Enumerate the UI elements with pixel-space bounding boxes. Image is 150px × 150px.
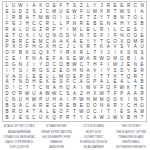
grid-cell: C: [85, 114, 92, 120]
word-item: SILAS MARNER: [76, 145, 112, 150]
word-item: WUTHERING HEIGHTS: [113, 145, 149, 150]
word-item: DON QUIXOTE: [1, 145, 37, 150]
word-list-column: THE ODYSSEYTHE SCARLET LETTERTREASURE IS…: [113, 124, 149, 150]
grid-cell: E: [17, 114, 24, 120]
word-list-column: A TALE OF TWO CITIESANNA KARENINACYRANO …: [1, 124, 37, 150]
grid-cell: Q: [51, 114, 58, 120]
grid-cell: P: [58, 114, 65, 120]
grid-cell: T: [139, 114, 146, 120]
grid-cell: Y: [78, 114, 85, 120]
grid-cell: V: [118, 114, 125, 120]
grid-cell: A: [91, 114, 98, 120]
grid-cell: R: [64, 114, 71, 120]
grid-cell: W: [98, 114, 105, 120]
word-list-column: ETHAN FROMEGREAT EXPECTATIONSHUCKLEBERRY…: [38, 124, 74, 150]
grid-cell: B: [4, 114, 11, 120]
word-item: JANE EYRE: [38, 145, 74, 150]
grid-cell: H: [132, 114, 139, 120]
word-list-column: LITTLE WOMENMOBY DICKOLIVER TWISTROBINSO…: [76, 124, 112, 150]
grid-cell: C: [31, 114, 38, 120]
grid-cell: J: [10, 114, 17, 120]
grid-cell: T: [71, 114, 78, 120]
grid-cell: U: [37, 114, 44, 120]
grid-cell: S: [24, 114, 31, 120]
grid-cell: W: [112, 114, 119, 120]
letter-grid: LUWIAKOEFTSZLYJREERCNEGDZSJCMUEWFUMXRTWS…: [2, 2, 147, 122]
grid-cell: J: [105, 114, 112, 120]
puzzle-sheet: LUWIAKOEFTSZLYJREERCNEGDZSJCMUEWFUMXRTWS…: [0, 0, 150, 150]
grid-cell: B: [125, 114, 132, 120]
grid-cell: K: [44, 114, 51, 120]
word-list: A TALE OF TWO CITIESANNA KARENINACYRANO …: [1, 124, 149, 150]
word-search-page: LUWIAKOEFTSZLYJREERCNEGDZSJCMUEWFUMXRTWS…: [0, 0, 150, 150]
